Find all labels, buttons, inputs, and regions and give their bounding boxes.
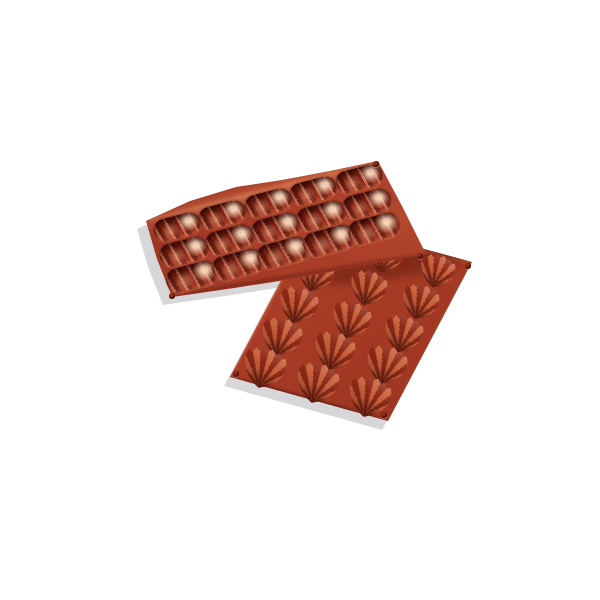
hanging-hole	[465, 263, 471, 269]
hanging-hole	[417, 253, 423, 259]
hanging-hole	[169, 293, 175, 299]
hanging-hole	[233, 371, 239, 377]
hanging-hole	[373, 161, 379, 167]
hanging-hole	[381, 412, 387, 418]
product-photo-madeleine-molds	[0, 0, 600, 600]
